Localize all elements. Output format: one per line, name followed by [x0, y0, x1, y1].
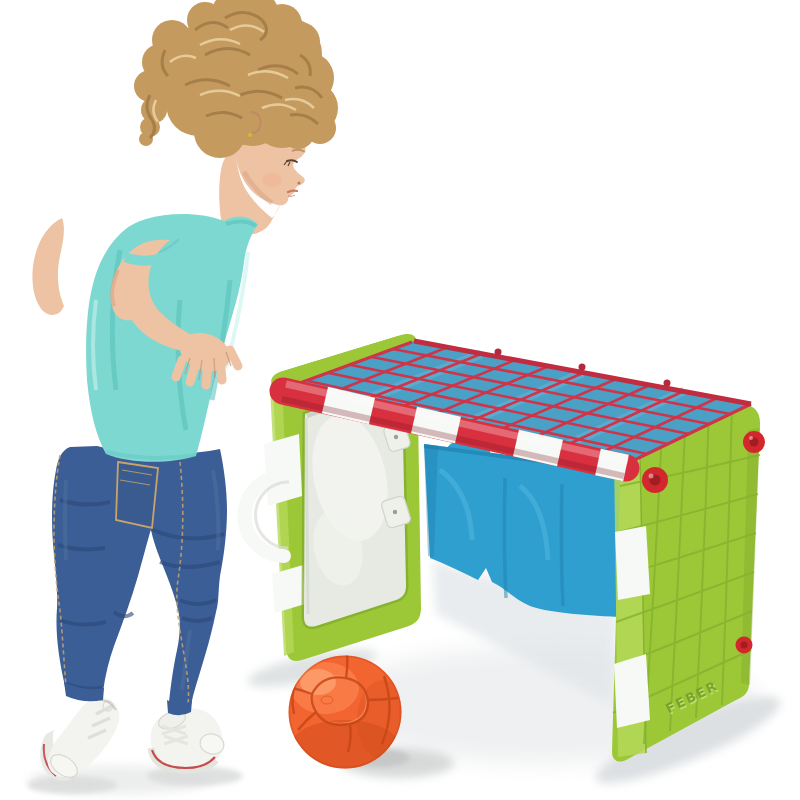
blue-seam-1: [504, 478, 506, 598]
back-shoe-shadow: [27, 776, 117, 794]
cheek-blush: [262, 173, 282, 187]
scene-svg: FEBER FEBER: [0, 0, 800, 800]
nostril: [297, 181, 300, 184]
panel-inner-shadow-left: [306, 418, 308, 614]
photo-scene: FEBER FEBER: [0, 0, 800, 800]
lips: [288, 191, 297, 192]
blue-seam-2: [561, 484, 563, 606]
gold-earring: [248, 133, 253, 138]
